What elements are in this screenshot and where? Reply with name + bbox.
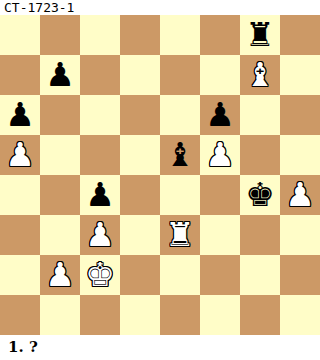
square-g6[interactable] (240, 95, 280, 135)
square-f5[interactable]: ♟ (200, 135, 240, 175)
square-a7[interactable] (0, 55, 40, 95)
black-pawn[interactable]: ♟ (45, 55, 75, 95)
square-c4[interactable]: ♟ (80, 175, 120, 215)
square-g4[interactable]: ♚ (240, 175, 280, 215)
square-e5[interactable]: ♝ (160, 135, 200, 175)
square-d7[interactable] (120, 55, 160, 95)
square-c5[interactable] (80, 135, 120, 175)
square-e1[interactable] (160, 295, 200, 335)
black-rook[interactable]: ♜ (245, 15, 275, 55)
square-h6[interactable] (280, 95, 320, 135)
square-a5[interactable]: ♟ (0, 135, 40, 175)
square-d4[interactable] (120, 175, 160, 215)
square-h3[interactable] (280, 215, 320, 255)
square-h8[interactable] (280, 15, 320, 55)
square-c3[interactable]: ♟ (80, 215, 120, 255)
black-pawn[interactable]: ♟ (205, 95, 235, 135)
puzzle-id: CT-1723-1 (4, 0, 74, 15)
square-h5[interactable] (280, 135, 320, 175)
square-a8[interactable] (0, 15, 40, 55)
move-prompt: 1. ? (8, 337, 38, 357)
square-a4[interactable] (0, 175, 40, 215)
white-pawn[interactable]: ♟ (85, 215, 115, 255)
square-b1[interactable] (40, 295, 80, 335)
square-e8[interactable] (160, 15, 200, 55)
square-g5[interactable] (240, 135, 280, 175)
square-f1[interactable] (200, 295, 240, 335)
square-g7[interactable]: ♝ (240, 55, 280, 95)
black-king[interactable]: ♚ (245, 175, 275, 215)
square-a1[interactable] (0, 295, 40, 335)
square-f7[interactable] (200, 55, 240, 95)
square-g8[interactable]: ♜ (240, 15, 280, 55)
square-b5[interactable] (40, 135, 80, 175)
square-c1[interactable] (80, 295, 120, 335)
square-g3[interactable] (240, 215, 280, 255)
square-b8[interactable] (40, 15, 80, 55)
square-d1[interactable] (120, 295, 160, 335)
square-b7[interactable]: ♟ (40, 55, 80, 95)
square-e3[interactable]: ♜ (160, 215, 200, 255)
square-a2[interactable] (0, 255, 40, 295)
chess-board[interactable]: ♜♟♝♟♟♟♝♟♟♚♟♟♜♟♚ (0, 15, 320, 335)
square-h7[interactable] (280, 55, 320, 95)
black-pawn[interactable]: ♟ (85, 175, 115, 215)
white-pawn[interactable]: ♟ (5, 135, 35, 175)
square-b4[interactable] (40, 175, 80, 215)
square-d6[interactable] (120, 95, 160, 135)
black-pawn[interactable]: ♟ (5, 95, 35, 135)
square-e7[interactable] (160, 55, 200, 95)
square-b6[interactable] (40, 95, 80, 135)
square-d3[interactable] (120, 215, 160, 255)
white-pawn[interactable]: ♟ (285, 175, 315, 215)
square-b2[interactable]: ♟ (40, 255, 80, 295)
square-f2[interactable] (200, 255, 240, 295)
white-pawn[interactable]: ♟ (45, 255, 75, 295)
square-h1[interactable] (280, 295, 320, 335)
white-rook[interactable]: ♜ (165, 215, 195, 255)
square-a6[interactable]: ♟ (0, 95, 40, 135)
square-h2[interactable] (280, 255, 320, 295)
square-f3[interactable] (200, 215, 240, 255)
square-a3[interactable] (0, 215, 40, 255)
white-bishop[interactable]: ♝ (245, 55, 275, 95)
square-f4[interactable] (200, 175, 240, 215)
square-g2[interactable] (240, 255, 280, 295)
square-c2[interactable]: ♚ (80, 255, 120, 295)
square-e6[interactable] (160, 95, 200, 135)
white-king[interactable]: ♚ (85, 255, 115, 295)
white-pawn[interactable]: ♟ (205, 135, 235, 175)
square-f6[interactable]: ♟ (200, 95, 240, 135)
square-d5[interactable] (120, 135, 160, 175)
square-c6[interactable] (80, 95, 120, 135)
square-c8[interactable] (80, 15, 120, 55)
square-d8[interactable] (120, 15, 160, 55)
square-h4[interactable]: ♟ (280, 175, 320, 215)
square-e4[interactable] (160, 175, 200, 215)
square-e2[interactable] (160, 255, 200, 295)
square-c7[interactable] (80, 55, 120, 95)
black-bishop[interactable]: ♝ (165, 135, 195, 175)
square-b3[interactable] (40, 215, 80, 255)
square-f8[interactable] (200, 15, 240, 55)
square-d2[interactable] (120, 255, 160, 295)
square-g1[interactable] (240, 295, 280, 335)
